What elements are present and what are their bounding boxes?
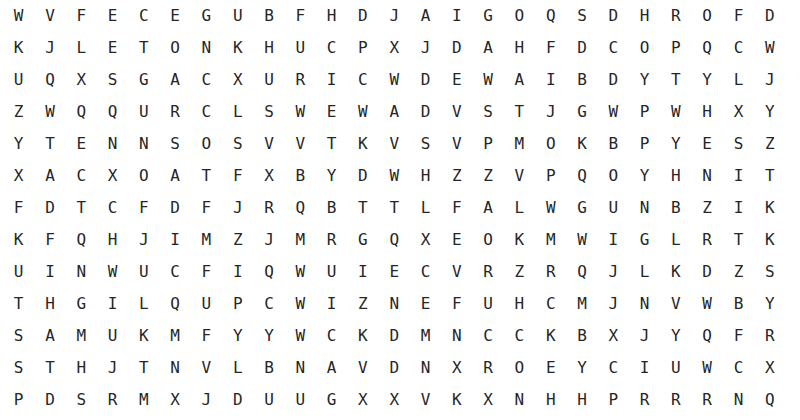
grid-cell[interactable]: L xyxy=(128,288,159,320)
grid-cell[interactable]: T xyxy=(347,192,378,224)
grid-cell[interactable]: N xyxy=(379,288,410,320)
grid-cell[interactable]: R xyxy=(316,224,347,256)
grid-cell[interactable]: I xyxy=(347,256,378,288)
grid-cell[interactable]: T xyxy=(723,224,754,256)
grid-cell[interactable]: V xyxy=(441,128,472,160)
grid-cell[interactable]: M xyxy=(410,320,441,352)
grid-cell[interactable]: V xyxy=(504,160,535,192)
grid-cell[interactable]: T xyxy=(3,288,34,320)
grid-cell[interactable]: C xyxy=(316,320,347,352)
grid-cell[interactable]: C xyxy=(504,320,535,352)
grid-cell[interactable]: X xyxy=(3,160,34,192)
grid-cell[interactable]: X xyxy=(379,384,410,416)
grid-cell[interactable]: O xyxy=(159,32,190,64)
grid-cell[interactable]: W xyxy=(535,192,566,224)
grid-cell[interactable]: W xyxy=(566,224,597,256)
grid-cell[interactable]: J xyxy=(629,320,660,352)
grid-cell[interactable]: I xyxy=(34,256,65,288)
grid-cell[interactable]: U xyxy=(3,64,34,96)
grid-cell[interactable]: P xyxy=(347,32,378,64)
grid-cell[interactable]: F xyxy=(66,0,97,32)
grid-cell[interactable]: C xyxy=(472,320,503,352)
grid-cell[interactable]: U xyxy=(191,288,222,320)
grid-cell[interactable]: R xyxy=(660,384,691,416)
grid-cell[interactable]: F xyxy=(723,320,754,352)
grid-cell[interactable]: Y xyxy=(660,320,691,352)
grid-cell[interactable]: Q xyxy=(379,224,410,256)
grid-cell[interactable]: N xyxy=(629,288,660,320)
grid-cell[interactable]: R xyxy=(754,320,785,352)
grid-cell[interactable]: Q xyxy=(566,256,597,288)
grid-cell[interactable]: U xyxy=(3,256,34,288)
grid-cell[interactable]: F xyxy=(191,192,222,224)
grid-cell[interactable]: L xyxy=(222,96,253,128)
grid-cell[interactable]: J xyxy=(128,224,159,256)
grid-cell[interactable]: T xyxy=(504,96,535,128)
grid-cell[interactable]: U xyxy=(598,192,629,224)
grid-cell[interactable]: T xyxy=(66,192,97,224)
grid-cell[interactable]: K xyxy=(504,224,535,256)
grid-cell[interactable]: K xyxy=(754,192,785,224)
grid-cell[interactable]: C xyxy=(191,96,222,128)
grid-cell[interactable]: K xyxy=(3,224,34,256)
grid-cell[interactable]: K xyxy=(222,32,253,64)
grid-cell[interactable]: D xyxy=(347,0,378,32)
grid-cell[interactable]: X xyxy=(598,320,629,352)
grid-cell[interactable]: C xyxy=(535,288,566,320)
grid-cell[interactable]: Q xyxy=(754,384,785,416)
grid-cell[interactable]: M xyxy=(285,224,316,256)
grid-cell[interactable]: Y xyxy=(3,128,34,160)
grid-cell[interactable]: K xyxy=(441,384,472,416)
grid-cell[interactable]: U xyxy=(222,0,253,32)
grid-cell[interactable]: V xyxy=(253,128,284,160)
grid-cell[interactable]: C xyxy=(191,64,222,96)
grid-cell[interactable]: H xyxy=(566,384,597,416)
grid-cell[interactable]: P xyxy=(535,160,566,192)
grid-cell[interactable]: T xyxy=(191,160,222,192)
grid-cell[interactable]: R xyxy=(253,192,284,224)
grid-cell[interactable]: L xyxy=(660,224,691,256)
grid-cell[interactable]: F xyxy=(191,256,222,288)
grid-cell[interactable]: E xyxy=(410,288,441,320)
grid-cell[interactable]: H xyxy=(253,32,284,64)
grid-cell[interactable]: B xyxy=(253,352,284,384)
grid-cell[interactable]: W xyxy=(754,32,785,64)
grid-cell[interactable]: V xyxy=(441,256,472,288)
grid-cell[interactable]: W xyxy=(660,96,691,128)
grid-cell[interactable]: I xyxy=(629,352,660,384)
grid-cell[interactable]: C xyxy=(253,288,284,320)
grid-cell[interactable]: X xyxy=(159,384,190,416)
grid-cell[interactable]: P xyxy=(629,128,660,160)
grid-cell[interactable]: I xyxy=(222,256,253,288)
grid-cell[interactable]: H xyxy=(504,32,535,64)
grid-cell[interactable]: D xyxy=(159,192,190,224)
grid-cell[interactable]: A xyxy=(316,352,347,384)
grid-cell[interactable]: I xyxy=(316,64,347,96)
grid-cell[interactable]: F xyxy=(222,160,253,192)
grid-cell[interactable]: W xyxy=(379,64,410,96)
grid-cell[interactable]: U xyxy=(472,288,503,320)
grid-cell[interactable]: J xyxy=(598,256,629,288)
grid-cell[interactable]: Y xyxy=(660,128,691,160)
grid-cell[interactable]: H xyxy=(410,160,441,192)
grid-cell[interactable]: L xyxy=(410,192,441,224)
grid-cell[interactable]: H xyxy=(535,384,566,416)
grid-cell[interactable]: Y xyxy=(222,320,253,352)
grid-cell[interactable]: N xyxy=(128,128,159,160)
grid-cell[interactable]: J xyxy=(754,64,785,96)
grid-cell[interactable]: X xyxy=(379,32,410,64)
grid-cell[interactable]: D xyxy=(598,0,629,32)
grid-cell[interactable]: K xyxy=(347,320,378,352)
grid-cell[interactable]: R xyxy=(159,96,190,128)
grid-cell[interactable]: Z xyxy=(222,224,253,256)
grid-cell[interactable]: X xyxy=(97,160,128,192)
grid-cell[interactable]: Z xyxy=(3,96,34,128)
grid-cell[interactable]: V xyxy=(441,96,472,128)
grid-cell[interactable]: F xyxy=(285,0,316,32)
grid-cell[interactable]: F xyxy=(34,224,65,256)
grid-cell[interactable]: H xyxy=(66,352,97,384)
grid-cell[interactable]: Q xyxy=(692,320,723,352)
grid-cell[interactable]: X xyxy=(66,64,97,96)
grid-cell[interactable]: U xyxy=(128,256,159,288)
grid-cell[interactable]: W xyxy=(692,352,723,384)
grid-cell[interactable]: P xyxy=(3,384,34,416)
grid-cell[interactable]: J xyxy=(34,32,65,64)
grid-cell[interactable]: U xyxy=(253,64,284,96)
grid-cell[interactable]: F xyxy=(535,32,566,64)
grid-cell[interactable]: T xyxy=(754,160,785,192)
grid-cell[interactable]: T xyxy=(128,352,159,384)
grid-cell[interactable]: C xyxy=(159,256,190,288)
grid-cell[interactable]: W xyxy=(285,320,316,352)
grid-cell[interactable]: Q xyxy=(66,224,97,256)
grid-cell[interactable]: O xyxy=(504,0,535,32)
grid-cell[interactable]: T xyxy=(660,64,691,96)
grid-cell[interactable]: D xyxy=(34,384,65,416)
grid-cell[interactable]: Q xyxy=(285,192,316,224)
grid-cell[interactable]: C xyxy=(598,352,629,384)
grid-cell[interactable]: W xyxy=(285,288,316,320)
grid-cell[interactable]: J xyxy=(410,32,441,64)
grid-cell[interactable]: C xyxy=(97,192,128,224)
grid-cell[interactable]: C xyxy=(723,352,754,384)
grid-cell[interactable]: M xyxy=(66,320,97,352)
grid-cell[interactable]: L xyxy=(66,32,97,64)
grid-cell[interactable]: W xyxy=(472,64,503,96)
grid-cell[interactable]: I xyxy=(723,192,754,224)
grid-cell[interactable]: U xyxy=(253,384,284,416)
grid-cell[interactable]: Q xyxy=(159,288,190,320)
grid-cell[interactable]: E xyxy=(379,256,410,288)
grid-cell[interactable]: S xyxy=(159,128,190,160)
grid-cell[interactable]: W xyxy=(598,96,629,128)
grid-cell[interactable]: D xyxy=(222,384,253,416)
grid-cell[interactable]: Y xyxy=(754,96,785,128)
grid-cell[interactable]: A xyxy=(34,160,65,192)
grid-cell[interactable]: O xyxy=(504,352,535,384)
grid-cell[interactable]: C xyxy=(723,32,754,64)
grid-cell[interactable]: K xyxy=(660,256,691,288)
grid-cell[interactable]: Z xyxy=(347,288,378,320)
grid-cell[interactable]: D xyxy=(347,160,378,192)
grid-cell[interactable]: S xyxy=(723,128,754,160)
grid-cell[interactable]: O xyxy=(629,32,660,64)
grid-cell[interactable]: A xyxy=(504,64,535,96)
grid-cell[interactable]: Z xyxy=(692,192,723,224)
grid-cell[interactable]: L xyxy=(629,256,660,288)
grid-cell[interactable]: H xyxy=(316,0,347,32)
grid-cell[interactable]: O xyxy=(191,128,222,160)
grid-cell[interactable]: D xyxy=(598,64,629,96)
grid-cell[interactable]: B xyxy=(723,288,754,320)
grid-cell[interactable]: B xyxy=(566,320,597,352)
grid-cell[interactable]: D xyxy=(410,64,441,96)
grid-cell[interactable]: Z xyxy=(723,256,754,288)
grid-cell[interactable]: U xyxy=(128,96,159,128)
grid-cell[interactable]: O xyxy=(598,160,629,192)
grid-cell[interactable]: X xyxy=(410,224,441,256)
grid-cell[interactable]: R xyxy=(692,224,723,256)
grid-cell[interactable]: W xyxy=(285,96,316,128)
grid-cell[interactable]: Z xyxy=(504,256,535,288)
grid-cell[interactable]: I xyxy=(97,288,128,320)
grid-cell[interactable]: W xyxy=(692,288,723,320)
grid-cell[interactable]: W xyxy=(3,0,34,32)
grid-cell[interactable]: D xyxy=(379,320,410,352)
grid-cell[interactable]: N xyxy=(441,320,472,352)
grid-cell[interactable]: B xyxy=(598,128,629,160)
grid-cell[interactable]: L xyxy=(723,64,754,96)
grid-cell[interactable]: X xyxy=(472,384,503,416)
grid-cell[interactable]: H xyxy=(629,0,660,32)
grid-cell[interactable]: P xyxy=(660,32,691,64)
grid-cell[interactable]: N xyxy=(97,128,128,160)
grid-cell[interactable]: J xyxy=(253,224,284,256)
grid-cell[interactable]: G xyxy=(66,288,97,320)
grid-cell[interactable]: I xyxy=(535,64,566,96)
grid-cell[interactable]: N xyxy=(159,352,190,384)
grid-cell[interactable]: T xyxy=(34,352,65,384)
grid-cell[interactable]: G xyxy=(629,224,660,256)
grid-cell[interactable]: Y xyxy=(566,352,597,384)
grid-cell[interactable]: P xyxy=(629,96,660,128)
grid-cell[interactable]: J xyxy=(379,0,410,32)
grid-cell[interactable]: M xyxy=(128,384,159,416)
grid-cell[interactable]: B xyxy=(660,192,691,224)
grid-cell[interactable]: X xyxy=(222,64,253,96)
grid-cell[interactable]: B xyxy=(253,0,284,32)
grid-cell[interactable]: P xyxy=(598,384,629,416)
grid-cell[interactable]: N xyxy=(191,32,222,64)
grid-cell[interactable]: D xyxy=(441,32,472,64)
grid-cell[interactable]: G xyxy=(472,0,503,32)
grid-cell[interactable]: I xyxy=(159,224,190,256)
grid-cell[interactable]: H xyxy=(660,160,691,192)
grid-cell[interactable]: A xyxy=(472,32,503,64)
grid-cell[interactable]: S xyxy=(222,128,253,160)
grid-cell[interactable]: Y xyxy=(316,160,347,192)
grid-cell[interactable]: K xyxy=(3,32,34,64)
grid-cell[interactable]: E xyxy=(97,0,128,32)
grid-cell[interactable]: X xyxy=(754,352,785,384)
grid-cell[interactable]: G xyxy=(128,64,159,96)
grid-cell[interactable]: H xyxy=(34,288,65,320)
grid-cell[interactable]: Z xyxy=(441,160,472,192)
grid-cell[interactable]: R xyxy=(285,64,316,96)
grid-cell[interactable]: N xyxy=(723,384,754,416)
grid-cell[interactable]: V xyxy=(660,288,691,320)
grid-cell[interactable]: D xyxy=(566,32,597,64)
grid-cell[interactable]: Y xyxy=(754,288,785,320)
grid-cell[interactable]: G xyxy=(316,384,347,416)
grid-cell[interactable]: S xyxy=(66,384,97,416)
grid-cell[interactable]: L xyxy=(222,352,253,384)
grid-cell[interactable]: V xyxy=(379,128,410,160)
grid-cell[interactable]: X xyxy=(723,96,754,128)
grid-cell[interactable]: A xyxy=(159,160,190,192)
grid-cell[interactable]: O xyxy=(472,224,503,256)
grid-cell[interactable]: A xyxy=(472,192,503,224)
grid-cell[interactable]: A xyxy=(34,320,65,352)
grid-cell[interactable]: C xyxy=(66,160,97,192)
grid-cell[interactable]: N xyxy=(629,192,660,224)
grid-cell[interactable]: I xyxy=(598,224,629,256)
grid-cell[interactable]: Q xyxy=(566,160,597,192)
grid-cell[interactable]: I xyxy=(316,288,347,320)
grid-cell[interactable]: Z xyxy=(754,128,785,160)
grid-cell[interactable]: W xyxy=(34,96,65,128)
grid-cell[interactable]: F xyxy=(441,288,472,320)
grid-cell[interactable]: A xyxy=(159,64,190,96)
grid-cell[interactable]: C xyxy=(316,32,347,64)
grid-cell[interactable]: R xyxy=(472,256,503,288)
grid-cell[interactable]: G xyxy=(347,224,378,256)
grid-cell[interactable]: J xyxy=(535,96,566,128)
grid-cell[interactable]: T xyxy=(379,192,410,224)
grid-cell[interactable]: D xyxy=(410,96,441,128)
grid-cell[interactable]: R xyxy=(97,384,128,416)
grid-cell[interactable]: Y xyxy=(629,64,660,96)
grid-cell[interactable]: A xyxy=(379,96,410,128)
grid-cell[interactable]: M xyxy=(191,224,222,256)
grid-cell[interactable]: E xyxy=(66,128,97,160)
grid-cell[interactable]: C xyxy=(410,256,441,288)
grid-cell[interactable]: S xyxy=(97,64,128,96)
grid-cell[interactable]: H xyxy=(504,288,535,320)
grid-cell[interactable]: J xyxy=(191,384,222,416)
grid-cell[interactable]: S xyxy=(3,352,34,384)
grid-cell[interactable]: D xyxy=(379,352,410,384)
grid-cell[interactable]: E xyxy=(97,32,128,64)
grid-cell[interactable]: U xyxy=(316,256,347,288)
grid-cell[interactable]: T xyxy=(316,128,347,160)
grid-cell[interactable]: B xyxy=(566,64,597,96)
grid-cell[interactable]: V xyxy=(34,0,65,32)
grid-cell[interactable]: H xyxy=(692,96,723,128)
grid-cell[interactable]: A xyxy=(410,0,441,32)
grid-cell[interactable]: I xyxy=(441,0,472,32)
grid-cell[interactable]: M xyxy=(504,128,535,160)
grid-cell[interactable]: N xyxy=(285,352,316,384)
grid-cell[interactable]: M xyxy=(566,288,597,320)
grid-cell[interactable]: S xyxy=(253,96,284,128)
grid-cell[interactable]: N xyxy=(692,160,723,192)
grid-cell[interactable]: R xyxy=(692,384,723,416)
grid-cell[interactable]: R xyxy=(629,384,660,416)
grid-cell[interactable]: K xyxy=(535,320,566,352)
grid-cell[interactable]: J xyxy=(97,352,128,384)
grid-cell[interactable]: J xyxy=(598,288,629,320)
grid-cell[interactable]: N xyxy=(504,384,535,416)
grid-cell[interactable]: Y xyxy=(692,64,723,96)
grid-cell[interactable]: W xyxy=(285,256,316,288)
grid-cell[interactable]: E xyxy=(441,64,472,96)
grid-cell[interactable]: W xyxy=(379,160,410,192)
grid-cell[interactable]: D xyxy=(34,192,65,224)
grid-cell[interactable]: N xyxy=(66,256,97,288)
grid-cell[interactable]: V xyxy=(410,384,441,416)
grid-cell[interactable]: T xyxy=(34,128,65,160)
grid-cell[interactable]: Q xyxy=(253,256,284,288)
grid-cell[interactable]: U xyxy=(285,384,316,416)
grid-cell[interactable]: U xyxy=(285,32,316,64)
grid-cell[interactable]: E xyxy=(692,128,723,160)
grid-cell[interactable]: O xyxy=(535,128,566,160)
grid-cell[interactable]: E xyxy=(535,352,566,384)
grid-cell[interactable]: F xyxy=(128,192,159,224)
grid-cell[interactable]: Y xyxy=(253,320,284,352)
grid-cell[interactable]: I xyxy=(723,160,754,192)
grid-cell[interactable]: G xyxy=(566,192,597,224)
grid-cell[interactable]: K xyxy=(754,224,785,256)
grid-cell[interactable]: B xyxy=(285,160,316,192)
grid-cell[interactable]: W xyxy=(347,96,378,128)
grid-cell[interactable]: S xyxy=(754,256,785,288)
grid-cell[interactable]: X xyxy=(441,352,472,384)
grid-cell[interactable]: J xyxy=(222,192,253,224)
grid-cell[interactable]: W xyxy=(97,256,128,288)
grid-cell[interactable]: M xyxy=(159,320,190,352)
grid-cell[interactable]: X xyxy=(347,384,378,416)
grid-cell[interactable]: Q xyxy=(66,96,97,128)
grid-cell[interactable]: Z xyxy=(472,160,503,192)
grid-cell[interactable]: K xyxy=(347,128,378,160)
grid-cell[interactable]: K xyxy=(128,320,159,352)
grid-cell[interactable]: R xyxy=(535,256,566,288)
grid-cell[interactable]: Q xyxy=(535,0,566,32)
grid-cell[interactable]: O xyxy=(692,0,723,32)
grid-cell[interactable]: P xyxy=(222,288,253,320)
grid-cell[interactable]: C xyxy=(347,64,378,96)
grid-cell[interactable]: O xyxy=(128,160,159,192)
grid-cell[interactable]: H xyxy=(97,224,128,256)
grid-cell[interactable]: F xyxy=(441,192,472,224)
grid-cell[interactable]: D xyxy=(692,256,723,288)
grid-cell[interactable]: E xyxy=(441,224,472,256)
grid-cell[interactable]: X xyxy=(253,160,284,192)
grid-cell[interactable]: F xyxy=(191,320,222,352)
grid-cell[interactable]: V xyxy=(191,352,222,384)
grid-cell[interactable]: C xyxy=(598,32,629,64)
grid-cell[interactable]: G xyxy=(566,96,597,128)
grid-cell[interactable]: C xyxy=(128,0,159,32)
grid-cell[interactable]: D xyxy=(754,0,785,32)
grid-cell[interactable]: Q xyxy=(97,96,128,128)
